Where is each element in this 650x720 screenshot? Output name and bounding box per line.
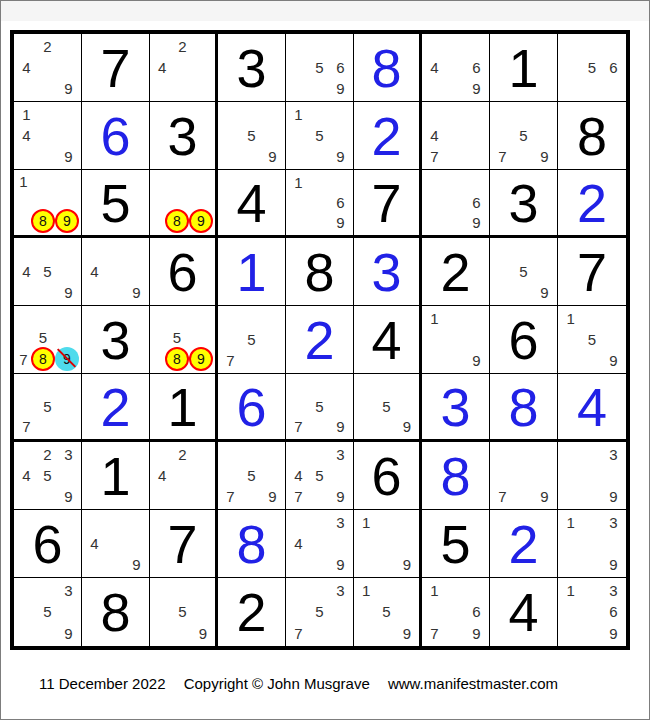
given-digit: 8 <box>100 585 130 639</box>
candidate-pos-9: 9 <box>58 486 79 507</box>
cell-r1c7[interactable]: 469 <box>422 34 490 102</box>
highlighted-candidate-9[interactable]: 9 <box>189 209 213 233</box>
candidate-pos-6: 6 <box>466 601 487 622</box>
candidate-pos-9 <box>603 78 624 99</box>
candidate-pos-7 <box>288 146 309 167</box>
candidate-pos-8 <box>105 554 126 575</box>
candidate-5[interactable]: 5 <box>39 329 47 346</box>
candidate-pos-9: 9 <box>330 78 351 99</box>
candidate-3[interactable]: 3 <box>609 446 617 463</box>
candidate-pos-2 <box>309 512 330 533</box>
cell-r1c1[interactable]: 249 <box>14 34 82 102</box>
candidate-pos-4: 4 <box>424 125 445 146</box>
candidate-pos-1 <box>16 36 37 57</box>
candidate-5[interactable]: 5 <box>43 398 51 415</box>
candidate-pos-4: 4 <box>288 465 309 486</box>
candidate-9[interactable]: 9 <box>336 556 344 573</box>
candidate-pos-7: 7 <box>16 417 37 437</box>
candidate-pos-2 <box>309 444 330 465</box>
candidate-pos-1: 1 <box>288 172 309 192</box>
pencil-marks: 159 <box>356 580 417 644</box>
cell-r6c3[interactable]: 1 <box>150 374 218 442</box>
cell-r7c1[interactable]: 23459 <box>14 442 82 510</box>
candidate-5[interactable]: 5 <box>247 331 255 348</box>
candidate-9[interactable]: 9 <box>540 488 548 505</box>
cell-r2c1[interactable]: 149 <box>14 102 82 170</box>
cell-r3c8[interactable]: 3 <box>490 170 558 238</box>
candidate-pos-2 <box>241 104 262 125</box>
candidate-pos-4 <box>152 328 165 348</box>
candidate-5[interactable]: 5 <box>382 603 390 620</box>
solved-digit: 6 <box>100 109 130 163</box>
candidate-6[interactable]: 6 <box>472 59 480 76</box>
candidate-pos-9: 9 <box>603 623 624 644</box>
candidate-9[interactable]: 9 <box>403 556 411 573</box>
cell-r3c1[interactable]: 189 <box>14 170 82 238</box>
candidate-4[interactable]: 4 <box>22 127 30 144</box>
candidate-7[interactable]: 7 <box>226 488 234 505</box>
candidate-3[interactable]: 3 <box>336 514 344 531</box>
cell-r3c3[interactable]: 89 <box>150 170 218 238</box>
candidate-9[interactable]: 9 <box>64 488 72 505</box>
cell-r9c4[interactable]: 2 <box>218 578 286 646</box>
candidate-9[interactable]: 9 <box>472 214 480 231</box>
cell-r1c3[interactable]: 24 <box>150 34 218 102</box>
cell-r2c5[interactable]: 159 <box>286 102 354 170</box>
candidate-pos-7 <box>424 350 445 371</box>
cell-r4c1[interactable]: 459 <box>14 238 82 306</box>
candidate-9[interactable]: 9 <box>336 80 344 97</box>
candidate-9[interactable]: 9 <box>336 418 344 435</box>
cell-r9c8[interactable]: 4 <box>490 578 558 646</box>
candidate-2[interactable]: 2 <box>43 446 51 463</box>
candidate-1[interactable]: 1 <box>362 582 370 599</box>
candidate-pos-9: 9 <box>330 213 351 233</box>
candidate-9[interactable]: 9 <box>64 148 72 165</box>
candidate-9[interactable]: 9 <box>403 625 411 642</box>
candidate-pos-7 <box>16 486 37 507</box>
cell-r3c7[interactable]: 69 <box>422 170 490 238</box>
candidate-pos-7: 7 <box>492 486 513 507</box>
highlighted-candidate-9[interactable]: 9 <box>189 347 213 371</box>
cell-r4c8[interactable]: 59 <box>490 238 558 306</box>
candidate-7[interactable]: 7 <box>294 625 302 642</box>
candidate-pos-5: 5 <box>31 328 55 348</box>
candidate-pos-6 <box>58 57 79 78</box>
candidate-pos-5 <box>37 57 58 78</box>
candidate-pos-2: 2 <box>172 36 192 57</box>
cell-r6c2[interactable]: 2 <box>82 374 150 442</box>
candidate-1[interactable]: 1 <box>430 582 438 599</box>
candidate-4[interactable]: 4 <box>22 263 30 280</box>
candidate-2[interactable]: 2 <box>178 38 186 55</box>
candidate-pos-2 <box>105 512 126 533</box>
cell-r1c6[interactable]: 8 <box>354 34 422 102</box>
candidate-pos-9: 9 <box>603 350 624 371</box>
given-digit: 8 <box>304 245 334 299</box>
cell-r7c7[interactable]: 8 <box>422 442 490 510</box>
candidate-7[interactable]: 7 <box>294 488 302 505</box>
cell-r9c9[interactable]: 1369 <box>558 578 626 646</box>
candidate-pos-1: 1 <box>560 580 581 601</box>
candidate-9[interactable]: 9 <box>472 80 480 97</box>
candidate-1[interactable]: 1 <box>294 106 302 123</box>
cell-r8c5[interactable]: 349 <box>286 510 354 578</box>
pencil-marks: 149 <box>16 104 79 167</box>
candidate-pos-9: 9 <box>466 623 487 644</box>
candidate-9[interactable]: 9 <box>609 556 617 573</box>
candidate-9[interactable]: 9 <box>540 284 548 301</box>
highlighted-candidate-8[interactable]: 8 <box>31 347 55 371</box>
cell-r7c3[interactable]: 24 <box>150 442 218 510</box>
cell-r2c6[interactable]: 2 <box>354 102 422 170</box>
cell-r5c7[interactable]: 19 <box>422 306 490 374</box>
eliminated-candidate-9[interactable]: 9 <box>55 347 79 371</box>
candidate-6[interactable]: 6 <box>609 603 617 620</box>
candidate-5[interactable]: 5 <box>173 329 181 346</box>
candidate-1[interactable]: 1 <box>566 582 574 599</box>
candidate-pos-4: 4 <box>16 261 37 282</box>
cell-r4c4[interactable]: 1 <box>218 238 286 306</box>
candidate-pos-7: 7 <box>288 486 309 507</box>
candidate-pos-3 <box>58 36 79 57</box>
candidate-1[interactable]: 1 <box>22 106 30 123</box>
cell-r5c4[interactable]: 57 <box>218 306 286 374</box>
solved-digit: 8 <box>236 517 266 571</box>
candidate-1[interactable]: 1 <box>566 310 574 327</box>
candidate-4[interactable]: 4 <box>430 59 438 76</box>
candidate-pos-7 <box>152 623 172 644</box>
candidate-pos-8 <box>309 623 330 644</box>
candidate-9[interactable]: 9 <box>64 625 72 642</box>
candidate-4[interactable]: 4 <box>22 59 30 76</box>
candidate-digit: 9 <box>63 213 71 229</box>
candidate-6[interactable]: 6 <box>472 194 480 211</box>
cell-r4c9[interactable]: 7 <box>558 238 626 306</box>
candidate-1[interactable]: 1 <box>294 174 302 191</box>
candidate-pos-7: 7 <box>288 417 309 437</box>
cell-r4c6[interactable]: 3 <box>354 238 422 306</box>
candidate-pos-5: 5 <box>165 328 189 348</box>
candidate-4[interactable]: 4 <box>430 127 438 144</box>
pencil-marks: 56 <box>560 36 624 99</box>
candidate-5[interactable]: 5 <box>519 127 527 144</box>
candidate-pos-1 <box>84 512 105 533</box>
candidate-pos-2 <box>376 376 396 396</box>
candidate-1[interactable]: 1 <box>430 310 438 327</box>
cell-r3c4[interactable]: 4 <box>218 170 286 238</box>
pencil-marks: 89 <box>152 172 213 233</box>
candidate-6[interactable]: 6 <box>336 59 344 76</box>
candidate-9[interactable]: 9 <box>336 214 344 231</box>
candidate-2[interactable]: 2 <box>43 38 51 55</box>
candidate-9[interactable]: 9 <box>336 148 344 165</box>
candidate-digit: 9 <box>197 351 205 367</box>
cell-r1c4[interactable]: 3 <box>218 34 286 102</box>
cell-r7c2[interactable]: 1 <box>82 442 150 510</box>
candidate-9[interactable]: 9 <box>472 625 480 642</box>
pencil-marks: 249 <box>16 36 79 99</box>
candidate-pos-3 <box>330 104 351 125</box>
cell-r5c1[interactable]: 5789 <box>14 306 82 374</box>
candidate-4[interactable]: 4 <box>294 467 302 484</box>
cell-r1c5[interactable]: 569 <box>286 34 354 102</box>
candidate-6[interactable]: 6 <box>472 603 480 620</box>
highlighted-candidate-9[interactable]: 9 <box>55 209 79 233</box>
highlighted-candidate-8[interactable]: 8 <box>165 347 189 371</box>
candidate-pos-8 <box>581 486 602 507</box>
candidate-5[interactable]: 5 <box>315 603 323 620</box>
candidate-3[interactable]: 3 <box>336 446 344 463</box>
candidate-pos-6: 6 <box>603 601 624 622</box>
cell-r3c6[interactable]: 7 <box>354 170 422 238</box>
cell-r8c7[interactable]: 5 <box>422 510 490 578</box>
cell-r5c3[interactable]: 589 <box>150 306 218 374</box>
cell-r5c2[interactable]: 3 <box>82 306 150 374</box>
candidate-pos-4: 4 <box>152 465 172 486</box>
cell-r2c4[interactable]: 59 <box>218 102 286 170</box>
cell-r5c9[interactable]: 159 <box>558 306 626 374</box>
candidate-4[interactable]: 4 <box>22 467 30 484</box>
cell-r5c6[interactable]: 4 <box>354 306 422 374</box>
candidate-pos-7 <box>16 623 37 644</box>
candidate-pos-9: 9 <box>58 282 79 303</box>
cell-r5c5[interactable]: 2 <box>286 306 354 374</box>
candidate-pos-6 <box>58 465 79 486</box>
candidate-pos-5: 5 <box>241 329 262 350</box>
candidate-7[interactable]: 7 <box>430 148 438 165</box>
cell-r2c8[interactable]: 579 <box>490 102 558 170</box>
candidate-5[interactable]: 5 <box>519 263 527 280</box>
candidate-pos-4 <box>560 329 581 350</box>
cell-r6c5[interactable]: 579 <box>286 374 354 442</box>
cell-r7c5[interactable]: 34579 <box>286 442 354 510</box>
candidate-pos-5: 5 <box>376 396 396 416</box>
candidate-9[interactable]: 9 <box>609 625 617 642</box>
pencil-marks: 24 <box>152 36 213 99</box>
candidate-3[interactable]: 3 <box>64 446 72 463</box>
candidate-pos-6 <box>58 125 79 146</box>
cell-r8c1[interactable]: 6 <box>14 510 82 578</box>
candidate-7[interactable]: 7 <box>294 418 302 435</box>
given-digit: 2 <box>440 245 470 299</box>
candidate-5[interactable]: 5 <box>315 398 323 415</box>
candidate-3[interactable]: 3 <box>609 582 617 599</box>
candidate-pos-3: 3 <box>603 580 624 601</box>
candidate-7[interactable]: 7 <box>19 351 27 368</box>
candidate-9[interactable]: 9 <box>609 352 617 369</box>
candidate-9[interactable]: 9 <box>540 148 548 165</box>
pencil-marks: 24 <box>152 444 213 507</box>
candidate-4[interactable]: 4 <box>158 59 166 76</box>
candidate-pos-3 <box>534 104 555 125</box>
cell-r8c6[interactable]: 19 <box>354 510 422 578</box>
candidate-pos-1 <box>152 580 172 601</box>
candidate-pos-3 <box>55 172 79 191</box>
candidate-7[interactable]: 7 <box>498 148 506 165</box>
candidate-pos-2 <box>309 36 330 57</box>
cell-r4c7[interactable]: 2 <box>422 238 490 306</box>
candidate-pos-2 <box>165 172 189 191</box>
candidate-pos-6 <box>330 533 351 554</box>
candidate-pos-1 <box>424 104 445 125</box>
candidate-pos-1 <box>220 104 241 125</box>
candidate-9[interactable]: 9 <box>472 352 480 369</box>
cell-r7c8[interactable]: 79 <box>490 442 558 510</box>
candidate-4[interactable]: 4 <box>90 535 98 552</box>
candidate-pos-3 <box>193 444 213 465</box>
pencil-marks: 1369 <box>560 580 624 644</box>
candidate-5[interactable]: 5 <box>43 263 51 280</box>
cell-r3c5[interactable]: 169 <box>286 170 354 238</box>
candidate-9[interactable]: 9 <box>268 148 276 165</box>
candidate-9[interactable]: 9 <box>268 488 276 505</box>
candidate-pos-4 <box>16 601 37 622</box>
candidate-4[interactable]: 4 <box>158 467 166 484</box>
candidate-9[interactable]: 9 <box>336 488 344 505</box>
candidate-9[interactable]: 9 <box>609 488 617 505</box>
candidate-9[interactable]: 9 <box>132 556 140 573</box>
cell-r9c1[interactable]: 359 <box>14 578 82 646</box>
cell-r6c6[interactable]: 59 <box>354 374 422 442</box>
candidate-pos-3 <box>466 104 487 125</box>
cell-r6c1[interactable]: 57 <box>14 374 82 442</box>
candidate-pos-6 <box>262 125 283 146</box>
candidate-7[interactable]: 7 <box>22 418 30 435</box>
cell-r8c3[interactable]: 7 <box>150 510 218 578</box>
cell-r3c2[interactable]: 5 <box>82 170 150 238</box>
cell-r9c7[interactable]: 1679 <box>422 578 490 646</box>
candidate-4[interactable]: 4 <box>90 263 98 280</box>
candidate-1[interactable]: 1 <box>362 514 370 531</box>
cell-r4c3[interactable]: 6 <box>150 238 218 306</box>
cell-r2c2[interactable]: 6 <box>82 102 150 170</box>
candidate-pos-3 <box>58 240 79 261</box>
candidate-1[interactable]: 1 <box>566 514 574 531</box>
cell-r5c8[interactable]: 6 <box>490 306 558 374</box>
candidate-3[interactable]: 3 <box>336 582 344 599</box>
candidate-pos-5 <box>445 329 466 350</box>
cell-r6c4[interactable]: 6 <box>218 374 286 442</box>
candidate-5[interactable]: 5 <box>247 467 255 484</box>
candidate-5[interactable]: 5 <box>588 59 596 76</box>
candidate-9[interactable]: 9 <box>132 284 140 301</box>
candidate-pos-8 <box>445 78 466 99</box>
candidate-pos-4 <box>492 465 513 486</box>
candidate-6[interactable]: 6 <box>609 59 617 76</box>
candidate-5[interactable]: 5 <box>178 603 186 620</box>
candidate-pos-2: 2 <box>37 36 58 57</box>
cell-r9c3[interactable]: 59 <box>150 578 218 646</box>
cell-r9c2[interactable]: 8 <box>82 578 150 646</box>
candidate-pos-9: 9 <box>534 282 555 303</box>
highlighted-candidate-8[interactable]: 8 <box>165 209 189 233</box>
candidate-7[interactable]: 7 <box>226 352 234 369</box>
cell-r8c2[interactable]: 49 <box>82 510 150 578</box>
given-digit: 7 <box>100 41 130 95</box>
cell-r9c5[interactable]: 357 <box>286 578 354 646</box>
candidate-pos-7 <box>16 282 37 303</box>
candidate-pos-3 <box>58 376 79 396</box>
candidate-pos-9: 9 <box>603 486 624 507</box>
candidate-1[interactable]: 1 <box>19 173 27 190</box>
candidate-7[interactable]: 7 <box>430 625 438 642</box>
candidate-pos-2 <box>581 308 602 329</box>
cell-r3c9[interactable]: 2 <box>558 170 626 238</box>
candidate-7[interactable]: 7 <box>498 488 506 505</box>
candidate-5[interactable]: 5 <box>247 127 255 144</box>
candidate-5[interactable]: 5 <box>315 59 323 76</box>
candidate-9[interactable]: 9 <box>64 80 72 97</box>
candidate-pos-3 <box>55 308 79 328</box>
solved-digit: 3 <box>440 380 470 434</box>
cell-r2c3[interactable]: 3 <box>150 102 218 170</box>
candidate-5[interactable]: 5 <box>43 603 51 620</box>
cell-r7c9[interactable]: 39 <box>558 442 626 510</box>
candidate-pos-7 <box>560 350 581 371</box>
cell-r8c4[interactable]: 8 <box>218 510 286 578</box>
candidate-5[interactable]: 5 <box>382 398 390 415</box>
cell-r6c8[interactable]: 8 <box>490 374 558 442</box>
candidate-pos-7 <box>152 209 165 233</box>
cell-r7c6[interactable]: 6 <box>354 442 422 510</box>
candidate-9[interactable]: 9 <box>403 418 411 435</box>
candidate-pos-6 <box>397 533 417 554</box>
cell-r6c9[interactable]: 4 <box>558 374 626 442</box>
candidate-pos-4 <box>424 192 445 212</box>
candidate-pos-7 <box>152 347 165 371</box>
candidate-pos-9 <box>262 350 283 371</box>
cell-r2c9[interactable]: 8 <box>558 102 626 170</box>
candidate-pos-5: 5 <box>309 125 330 146</box>
candidate-pos-5 <box>309 533 330 554</box>
candidate-5[interactable]: 5 <box>43 467 51 484</box>
cell-r4c5[interactable]: 8 <box>286 238 354 306</box>
highlighted-candidate-8[interactable]: 8 <box>31 209 55 233</box>
candidate-pos-6 <box>58 396 79 416</box>
candidate-3[interactable]: 3 <box>64 582 72 599</box>
candidate-9[interactable]: 9 <box>64 284 72 301</box>
candidate-5[interactable]: 5 <box>315 467 323 484</box>
candidate-pos-2 <box>309 580 330 601</box>
candidate-5[interactable]: 5 <box>315 127 323 144</box>
candidate-6[interactable]: 6 <box>336 194 344 211</box>
candidate-pos-4 <box>16 191 31 210</box>
candidate-2[interactable]: 2 <box>178 446 186 463</box>
cell-r8c9[interactable]: 139 <box>558 510 626 578</box>
candidate-pos-4 <box>356 601 376 622</box>
candidate-4[interactable]: 4 <box>294 535 302 552</box>
cell-r9c6[interactable]: 159 <box>354 578 422 646</box>
candidate-pos-2 <box>31 308 55 328</box>
cell-r1c2[interactable]: 7 <box>82 34 150 102</box>
cell-r1c9[interactable]: 56 <box>558 34 626 102</box>
candidate-9[interactable]: 9 <box>199 625 207 642</box>
cell-r7c4[interactable]: 579 <box>218 442 286 510</box>
candidate-pos-3 <box>466 308 487 329</box>
candidate-5[interactable]: 5 <box>588 331 596 348</box>
candidate-pos-3 <box>534 240 555 261</box>
cell-r8c8[interactable]: 2 <box>490 510 558 578</box>
candidate-pos-6 <box>55 191 79 210</box>
cell-r4c2[interactable]: 49 <box>82 238 150 306</box>
candidate-pos-3: 3 <box>58 444 79 465</box>
cell-r6c7[interactable]: 3 <box>422 374 490 442</box>
candidate-pos-6 <box>189 328 213 348</box>
cell-r2c7[interactable]: 47 <box>422 102 490 170</box>
cell-r1c8[interactable]: 1 <box>490 34 558 102</box>
candidate-3[interactable]: 3 <box>609 514 617 531</box>
